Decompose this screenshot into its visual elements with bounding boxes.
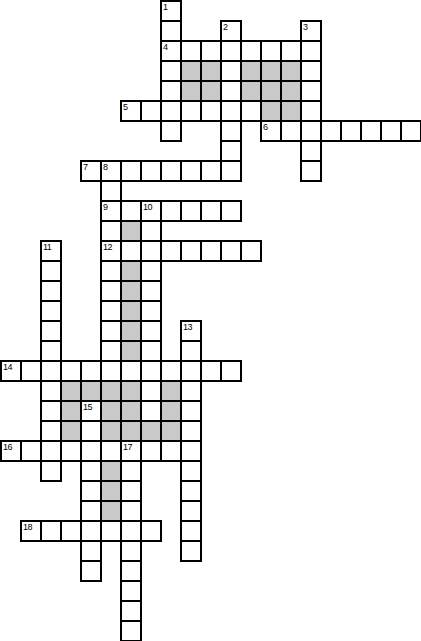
answer-cell-r30c6[interactable] — [120, 600, 142, 622]
answer-cell-r27c9[interactable] — [180, 540, 202, 562]
answer-cell-r20c9[interactable] — [180, 400, 202, 422]
answer-cell-r3c15[interactable] — [300, 60, 322, 82]
answer-cell-r16c5[interactable] — [100, 320, 122, 342]
answer-cell-r14c2[interactable] — [40, 280, 62, 302]
answer-cell-r18c10[interactable] — [200, 360, 222, 382]
answer-cell-r15c5[interactable] — [100, 300, 122, 322]
answer-cell-r0c8[interactable]: 1 — [160, 0, 182, 22]
shaded-cell-r11c6 — [120, 220, 142, 242]
shaded-cell-r14c6 — [120, 280, 142, 302]
shaded-cell-r19c5 — [100, 380, 122, 402]
answer-cell-r19c9[interactable] — [180, 380, 202, 402]
answer-cell-r8c4[interactable]: 7 — [80, 160, 102, 182]
shaded-cell-r19c8 — [160, 380, 182, 402]
answer-cell-r2c10[interactable] — [200, 40, 222, 62]
answer-cell-r24c9[interactable] — [180, 480, 202, 502]
answer-cell-r27c4[interactable] — [80, 540, 102, 562]
answer-cell-r25c6[interactable] — [120, 500, 142, 522]
answer-cell-r28c6[interactable] — [120, 560, 142, 582]
answer-cell-r24c6[interactable] — [120, 480, 142, 502]
shaded-cell-r3c14 — [280, 60, 302, 82]
answer-cell-r5c10[interactable] — [200, 100, 222, 122]
answer-cell-r5c15[interactable] — [300, 100, 322, 122]
answer-cell-r2c8[interactable]: 4 — [160, 40, 182, 62]
answer-cell-r10c7[interactable]: 10 — [140, 200, 162, 222]
answer-cell-r12c7[interactable] — [140, 240, 162, 262]
answer-cell-r22c3[interactable] — [60, 440, 82, 462]
shaded-cell-r4c14 — [280, 80, 302, 102]
answer-cell-r21c9[interactable] — [180, 420, 202, 442]
answer-cell-r22c1[interactable] — [20, 440, 42, 462]
shaded-cell-r23c5 — [100, 460, 122, 482]
answer-cell-r10c8[interactable] — [160, 200, 182, 222]
shaded-cell-r13c6 — [120, 260, 142, 282]
answer-cell-r8c6[interactable] — [120, 160, 142, 182]
shaded-cell-r24c5 — [100, 480, 122, 502]
answer-cell-r6c8[interactable] — [160, 120, 182, 142]
clue-number-15: 15 — [83, 402, 92, 412]
answer-cell-r6c13[interactable]: 6 — [260, 120, 282, 142]
answer-cell-r12c9[interactable] — [180, 240, 202, 262]
shaded-cell-r15c6 — [120, 300, 142, 322]
clue-number-14: 14 — [3, 362, 12, 372]
answer-cell-r5c8[interactable] — [160, 100, 182, 122]
answer-cell-r18c2[interactable] — [40, 360, 62, 382]
shaded-cell-r21c8 — [160, 420, 182, 442]
answer-cell-r18c1[interactable] — [20, 360, 42, 382]
answer-cell-r27c6[interactable] — [120, 540, 142, 562]
answer-cell-r26c3[interactable] — [60, 520, 82, 542]
answer-cell-r22c5[interactable] — [100, 440, 122, 462]
answer-cell-r6c11[interactable] — [220, 120, 242, 142]
answer-cell-r13c5[interactable] — [100, 260, 122, 282]
shaded-cell-r3c12 — [240, 60, 262, 82]
shaded-cell-r20c3 — [60, 400, 82, 422]
shaded-cell-r5c14 — [280, 100, 302, 122]
answer-cell-r6c18[interactable] — [360, 120, 382, 142]
answer-cell-r23c4[interactable] — [80, 460, 102, 482]
answer-cell-r5c6[interactable]: 5 — [120, 100, 142, 122]
answer-cell-r6c14[interactable] — [280, 120, 302, 142]
answer-cell-r4c8[interactable] — [160, 80, 182, 102]
answer-cell-r17c9[interactable] — [180, 340, 202, 362]
answer-cell-r25c4[interactable] — [80, 500, 102, 522]
clue-number-17: 17 — [123, 442, 132, 452]
answer-cell-r22c8[interactable] — [160, 440, 182, 462]
answer-cell-r29c6[interactable] — [120, 580, 142, 602]
answer-cell-r14c7[interactable] — [140, 280, 162, 302]
shaded-cell-r20c5 — [100, 400, 122, 422]
answer-cell-r8c11[interactable] — [220, 160, 242, 182]
answer-cell-r18c4[interactable] — [80, 360, 102, 382]
answer-cell-r2c11[interactable] — [220, 40, 242, 62]
answer-cell-r11c5[interactable] — [100, 220, 122, 242]
answer-cell-r13c2[interactable] — [40, 260, 62, 282]
answer-cell-r6c15[interactable] — [300, 120, 322, 142]
answer-cell-r15c2[interactable] — [40, 300, 62, 322]
answer-cell-r17c7[interactable] — [140, 340, 162, 362]
answer-cell-r10c6[interactable] — [120, 200, 142, 222]
clue-number-4: 4 — [163, 42, 168, 52]
answer-cell-r6c17[interactable] — [340, 120, 362, 142]
answer-cell-r18c8[interactable] — [160, 360, 182, 382]
answer-cell-r5c11[interactable] — [220, 100, 242, 122]
shaded-cell-r19c4 — [80, 380, 102, 402]
answer-cell-r17c5[interactable] — [100, 340, 122, 362]
shaded-cell-r5c13 — [260, 100, 282, 122]
clue-number-6: 6 — [263, 122, 268, 132]
shaded-cell-r3c13 — [260, 60, 282, 82]
answer-cell-r1c11[interactable]: 2 — [220, 20, 242, 42]
answer-cell-r12c8[interactable] — [160, 240, 182, 262]
answer-cell-r22c6[interactable]: 17 — [120, 440, 142, 462]
clue-number-8: 8 — [103, 162, 108, 172]
answer-cell-r8c7[interactable] — [140, 160, 162, 182]
answer-cell-r6c19[interactable] — [380, 120, 402, 142]
answer-cell-r23c2[interactable] — [40, 460, 62, 482]
answer-cell-r6c20[interactable] — [400, 120, 421, 142]
answer-cell-r1c8[interactable] — [160, 20, 182, 42]
answer-cell-r20c4[interactable]: 15 — [80, 400, 102, 422]
shaded-cell-r19c3 — [60, 380, 82, 402]
answer-cell-r3c8[interactable] — [160, 60, 182, 82]
answer-cell-r16c9[interactable]: 13 — [180, 320, 202, 342]
answer-cell-r22c7[interactable] — [140, 440, 162, 462]
answer-cell-r1c15[interactable]: 3 — [300, 20, 322, 42]
answer-cell-r19c2[interactable] — [40, 380, 62, 402]
answer-cell-r5c7[interactable] — [140, 100, 162, 122]
answer-cell-r13c7[interactable] — [140, 260, 162, 282]
answer-cell-r20c2[interactable] — [40, 400, 62, 422]
shaded-cell-r19c6 — [120, 380, 142, 402]
answer-cell-r18c11[interactable] — [220, 360, 242, 382]
shaded-cell-r4c9 — [180, 80, 202, 102]
answer-cell-r16c7[interactable] — [140, 320, 162, 342]
clue-number-16: 16 — [3, 442, 12, 452]
answer-cell-r5c9[interactable] — [180, 100, 202, 122]
answer-cell-r24c4[interactable] — [80, 480, 102, 502]
answer-cell-r20c7[interactable] — [140, 400, 162, 422]
answer-cell-r23c9[interactable] — [180, 460, 202, 482]
shaded-cell-r16c6 — [120, 320, 142, 342]
answer-cell-r19c7[interactable] — [140, 380, 162, 402]
answer-cell-r8c9[interactable] — [180, 160, 202, 182]
shaded-cell-r3c10 — [200, 60, 222, 82]
answer-cell-r18c5[interactable] — [100, 360, 122, 382]
answer-cell-r8c15[interactable] — [300, 160, 322, 182]
crossword-page: 123456789101112131415161718 — [0, 0, 421, 641]
answer-cell-r18c3[interactable] — [60, 360, 82, 382]
answer-cell-r18c0[interactable]: 14 — [0, 360, 22, 382]
answer-cell-r11c7[interactable] — [140, 220, 162, 242]
clue-number-7: 7 — [83, 162, 88, 172]
answer-cell-r16c2[interactable] — [40, 320, 62, 342]
answer-cell-r4c11[interactable] — [220, 80, 242, 102]
answer-cell-r2c9[interactable] — [180, 40, 202, 62]
answer-cell-r8c5[interactable]: 8 — [100, 160, 122, 182]
answer-cell-r22c9[interactable] — [180, 440, 202, 462]
answer-cell-r12c10[interactable] — [200, 240, 222, 262]
clue-number-12: 12 — [103, 242, 112, 252]
answer-cell-r10c10[interactable] — [200, 200, 222, 222]
shaded-cell-r20c8 — [160, 400, 182, 422]
answer-cell-r26c1[interactable]: 18 — [20, 520, 42, 542]
answer-cell-r8c10[interactable] — [200, 160, 222, 182]
answer-cell-r21c2[interactable] — [40, 420, 62, 442]
clue-number-2: 2 — [223, 22, 228, 32]
shaded-cell-r4c12 — [240, 80, 262, 102]
answer-cell-r2c13[interactable] — [260, 40, 282, 62]
shaded-cell-r17c6 — [120, 340, 142, 362]
shaded-cell-r4c13 — [260, 80, 282, 102]
answer-cell-r21c4[interactable] — [80, 420, 102, 442]
answer-cell-r6c16[interactable] — [320, 120, 342, 142]
clue-number-5: 5 — [123, 102, 128, 112]
answer-cell-r8c8[interactable] — [160, 160, 182, 182]
answer-cell-r10c5[interactable]: 9 — [100, 200, 122, 222]
answer-cell-r26c2[interactable] — [40, 520, 62, 542]
answer-cell-r9c5[interactable] — [100, 180, 122, 202]
answer-cell-r10c9[interactable] — [180, 200, 202, 222]
answer-cell-r26c9[interactable] — [180, 520, 202, 542]
shaded-cell-r3c9 — [180, 60, 202, 82]
answer-cell-r22c0[interactable]: 16 — [0, 440, 22, 462]
answer-cell-r2c14[interactable] — [280, 40, 302, 62]
clue-number-10: 10 — [143, 202, 152, 212]
answer-cell-r26c4[interactable] — [80, 520, 102, 542]
answer-cell-r12c2[interactable]: 11 — [40, 240, 62, 262]
answer-cell-r18c6[interactable] — [120, 360, 142, 382]
answer-cell-r31c6[interactable] — [120, 620, 142, 641]
answer-cell-r4c15[interactable] — [300, 80, 322, 102]
clue-number-13: 13 — [183, 322, 192, 332]
clue-number-3: 3 — [303, 22, 308, 32]
answer-cell-r7c15[interactable] — [300, 140, 322, 162]
answer-cell-r12c5[interactable]: 12 — [100, 240, 122, 262]
answer-cell-r12c12[interactable] — [240, 240, 262, 262]
answer-cell-r28c4[interactable] — [80, 560, 102, 582]
clue-number-9: 9 — [103, 202, 108, 212]
answer-cell-r25c9[interactable] — [180, 500, 202, 522]
clue-number-1: 1 — [163, 2, 168, 12]
answer-cell-r26c6[interactable] — [120, 520, 142, 542]
answer-cell-r22c2[interactable] — [40, 440, 62, 462]
shaded-cell-r20c6 — [120, 400, 142, 422]
answer-cell-r15c7[interactable] — [140, 300, 162, 322]
answer-cell-r23c6[interactable] — [120, 460, 142, 482]
answer-cell-r12c11[interactable] — [220, 240, 242, 262]
shaded-cell-r21c6 — [120, 420, 142, 442]
shaded-cell-r25c5 — [100, 500, 122, 522]
answer-cell-r26c7[interactable] — [140, 520, 162, 542]
shaded-cell-r21c3 — [60, 420, 82, 442]
answer-cell-r2c15[interactable] — [300, 40, 322, 62]
answer-cell-r26c5[interactable] — [100, 520, 122, 542]
clue-number-11: 11 — [43, 242, 51, 252]
answer-cell-r2c12[interactable] — [240, 40, 262, 62]
answer-cell-r12c6[interactable] — [120, 240, 142, 262]
answer-cell-r14c5[interactable] — [100, 280, 122, 302]
shaded-cell-r21c5 — [100, 420, 122, 442]
shaded-cell-r4c10 — [200, 80, 222, 102]
answer-cell-r17c2[interactable] — [40, 340, 62, 362]
answer-cell-r7c11[interactable] — [220, 140, 242, 162]
answer-cell-r10c11[interactable] — [220, 200, 242, 222]
answer-cell-r18c7[interactable] — [140, 360, 162, 382]
crossword-board: 123456789101112131415161718 — [0, 0, 421, 641]
answer-cell-r22c4[interactable] — [80, 440, 102, 462]
shaded-cell-r21c7 — [140, 420, 162, 442]
answer-cell-r5c12[interactable] — [240, 100, 262, 122]
answer-cell-r18c9[interactable] — [180, 360, 202, 382]
clue-number-18: 18 — [23, 522, 32, 532]
answer-cell-r3c11[interactable] — [220, 60, 242, 82]
